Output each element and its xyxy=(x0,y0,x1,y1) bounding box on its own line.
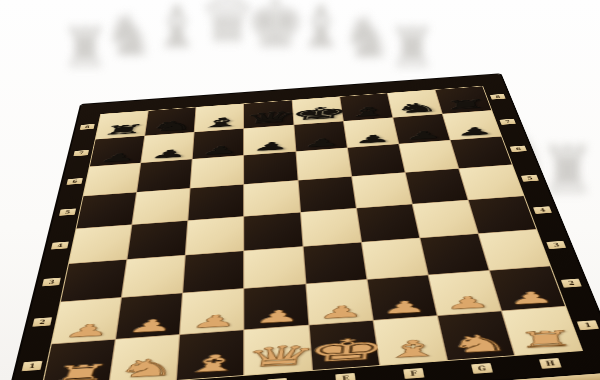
square-b2: ♟ xyxy=(116,293,182,339)
piece-white-knight-b1: ♞ xyxy=(111,354,182,380)
rank-label-left-4: 4 xyxy=(51,242,69,250)
square-h3 xyxy=(479,229,550,269)
rank-label-right-5: 5 xyxy=(521,175,539,182)
piece-white-pawn-e2: ♟ xyxy=(317,302,366,321)
piece-black-knight-b8: ♞ xyxy=(146,118,198,134)
square-d2: ♟ xyxy=(245,284,308,329)
piece-black-bishop-f8: ♝ xyxy=(345,104,392,119)
square-h4 xyxy=(469,196,536,233)
piece-white-rook-h1: ♜ xyxy=(516,327,578,352)
square-a5 xyxy=(77,193,136,228)
square-g2: ♟ xyxy=(428,271,500,315)
piece-black-pawn-h7: ♟ xyxy=(456,125,494,138)
square-d5 xyxy=(244,181,299,216)
square-b6 xyxy=(137,159,192,192)
piece-black-pawn-e7: ♟ xyxy=(302,136,341,149)
square-c2: ♟ xyxy=(180,289,243,334)
rank-label-left-5: 5 xyxy=(59,208,76,215)
piece-white-knight-g1: ♞ xyxy=(448,330,513,356)
rank-label-right-4: 4 xyxy=(533,206,552,214)
rank-label-left-1: 1 xyxy=(22,361,43,371)
rank-label-right-2: 2 xyxy=(561,279,582,288)
square-d7: ♟ xyxy=(244,125,295,155)
piece-white-queen-d1: ♛ xyxy=(240,341,319,372)
square-d1: ♛ xyxy=(245,325,311,375)
square-c3 xyxy=(183,251,243,292)
piece-black-rook-a8: ♜ xyxy=(98,123,147,138)
square-g7: ♟ xyxy=(393,114,449,144)
square-h5 xyxy=(459,165,523,199)
rank-label-left-6: 6 xyxy=(67,178,83,185)
square-a2: ♟ xyxy=(52,298,121,344)
square-b3 xyxy=(122,255,185,297)
board-frame: ♜♞♝♛♚♝♞♜♟♟♟♟♟♟♟♟♟♟♟♟♟♟♟♟♜♞♝♛♚♝♞♜ 88A77B6… xyxy=(5,74,600,380)
piece-white-rook-a1: ♜ xyxy=(46,361,114,380)
square-b4 xyxy=(128,221,188,259)
rank-label-right-7: 7 xyxy=(499,119,515,125)
square-c5 xyxy=(189,185,244,220)
square-d3 xyxy=(245,247,305,288)
square-f8: ♝ xyxy=(340,93,392,121)
piece-black-rook-h8: ♜ xyxy=(444,98,488,112)
square-e8: ♚ xyxy=(292,97,342,125)
square-d8: ♛ xyxy=(244,100,293,128)
square-c8: ♝ xyxy=(195,104,244,132)
square-e7: ♟ xyxy=(294,122,347,152)
rank-label-right-3: 3 xyxy=(546,241,566,249)
piece-black-pawn-g7: ♟ xyxy=(405,129,443,142)
square-e6 xyxy=(296,148,351,180)
square-a1: ♜ xyxy=(42,340,115,380)
square-a8: ♜ xyxy=(96,111,148,139)
rank-label-left-2: 2 xyxy=(32,317,52,327)
file-label-h: H xyxy=(539,358,562,369)
photo-stage: ♜♞♝♛♚♝♞♜♞♜ ♜♞♝♛♚♝♞♜♟♟♟♟♟♟♟♟♟♟♟♟♟♟♟♟♜♞♝♛♚… xyxy=(0,0,600,380)
square-e4 xyxy=(301,208,361,246)
piece-black-pawn-b7: ♟ xyxy=(148,147,190,160)
square-h1: ♜ xyxy=(502,307,582,356)
piece-black-pawn-c7: ♟ xyxy=(199,144,240,157)
piece-white-king-e1: ♚ xyxy=(304,333,388,367)
piece-black-pawn-f7: ♟ xyxy=(354,133,393,146)
square-c7: ♟ xyxy=(193,129,244,159)
square-b5 xyxy=(133,189,190,224)
square-h7: ♟ xyxy=(443,111,501,140)
board-scene: ♜♞♝♛♚♝♞♜♟♟♟♟♟♟♟♟♟♟♟♟♟♟♟♟♜♞♝♛♚♝♞♜ 88A77B6… xyxy=(0,0,600,380)
piece-black-pawn-a7: ♟ xyxy=(97,151,139,164)
file-label-f: F xyxy=(403,368,424,379)
square-f7: ♟ xyxy=(344,118,399,148)
square-a3 xyxy=(61,260,127,302)
file-label-e: E xyxy=(335,373,356,380)
square-d6 xyxy=(244,152,297,184)
square-a7: ♟ xyxy=(90,136,144,166)
square-h6 xyxy=(451,137,512,169)
square-g6 xyxy=(399,141,458,173)
square-f5 xyxy=(352,173,412,208)
square-c1: ♝ xyxy=(177,330,243,380)
rank-label-right-8: 8 xyxy=(490,94,506,100)
rank-label-left-8: 8 xyxy=(80,124,95,130)
rank-label-right-1: 1 xyxy=(577,320,599,330)
square-c4 xyxy=(186,216,243,254)
square-d4 xyxy=(245,212,302,250)
piece-white-bishop-f1: ♝ xyxy=(381,336,444,362)
piece-black-knight-g8: ♞ xyxy=(393,100,441,115)
rank-label-right-6: 6 xyxy=(510,146,527,153)
square-b8: ♞ xyxy=(145,107,195,135)
square-g8: ♞ xyxy=(388,90,442,118)
square-f4 xyxy=(357,204,419,242)
square-h2: ♟ xyxy=(490,266,565,310)
piece-white-pawn-a2: ♟ xyxy=(61,321,114,340)
square-f6 xyxy=(348,144,405,176)
square-f1: ♝ xyxy=(373,316,446,365)
square-a4 xyxy=(69,225,131,263)
piece-white-bishop-c1: ♝ xyxy=(179,350,246,376)
piece-white-pawn-g2: ♟ xyxy=(445,293,492,312)
square-f2: ♟ xyxy=(367,275,436,320)
piece-white-pawn-h2: ♟ xyxy=(508,288,556,307)
square-a6 xyxy=(84,163,141,196)
square-g5 xyxy=(406,169,468,203)
square-h8: ♜ xyxy=(435,86,491,113)
square-b1: ♞ xyxy=(110,335,180,380)
square-e2: ♟ xyxy=(306,280,372,325)
square-c6 xyxy=(191,156,244,188)
piece-white-pawn-d2: ♟ xyxy=(253,307,303,326)
piece-black-pawn-d7: ♟ xyxy=(251,140,291,153)
board-squares: ♜♞♝♛♚♝♞♜♟♟♟♟♟♟♟♟♟♟♟♟♟♟♟♟♜♞♝♛♚♝♞♜ xyxy=(41,86,584,380)
square-e5 xyxy=(298,177,355,212)
square-g1: ♞ xyxy=(438,311,514,360)
piece-black-bishop-c8: ♝ xyxy=(196,115,245,130)
chess-board: ♜♞♝♛♚♝♞♜♟♟♟♟♟♟♟♟♟♟♟♟♟♟♟♟♜♞♝♛♚♝♞♜ 88A77B6… xyxy=(5,74,600,380)
square-e3 xyxy=(303,242,366,283)
square-f3 xyxy=(362,238,428,279)
piece-black-king-e8: ♚ xyxy=(288,104,350,123)
rank-label-left-7: 7 xyxy=(73,150,89,156)
piece-white-pawn-f2: ♟ xyxy=(381,298,429,317)
square-b7: ♟ xyxy=(141,132,194,162)
square-g4 xyxy=(413,200,478,237)
square-g3 xyxy=(420,234,488,275)
file-label-g: G xyxy=(471,363,493,374)
square-e1: ♚ xyxy=(309,321,379,370)
piece-white-pawn-c2: ♟ xyxy=(189,312,240,331)
piece-white-pawn-b2: ♟ xyxy=(125,316,177,335)
rank-label-left-3: 3 xyxy=(42,278,61,287)
